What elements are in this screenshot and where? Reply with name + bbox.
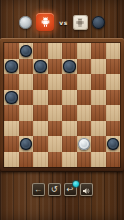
dark-piece[interactable] — [34, 60, 47, 73]
square-r7c1[interactable] — [19, 152, 34, 168]
square-r2c4[interactable] — [62, 74, 77, 90]
square-r2c2[interactable] — [33, 74, 48, 90]
square-r2c7[interactable] — [106, 74, 121, 90]
square-r2c1[interactable] — [19, 74, 34, 90]
dark-piece[interactable] — [63, 60, 76, 73]
square-r7c0[interactable] — [4, 152, 19, 168]
square-r5c1[interactable] — [19, 121, 34, 137]
square-r1c5[interactable] — [77, 59, 92, 75]
white-piece-indicator — [19, 16, 32, 29]
square-r5c4[interactable] — [62, 121, 77, 137]
square-r4c3[interactable] — [48, 105, 63, 121]
square-r4c5[interactable] — [77, 105, 92, 121]
vs-label: vs — [59, 19, 67, 26]
square-r1c6[interactable] — [91, 59, 106, 75]
square-r0c0[interactable] — [4, 43, 19, 59]
square-r3c6[interactable] — [91, 90, 106, 106]
square-r5c7[interactable] — [106, 121, 121, 137]
dark-piece[interactable] — [20, 45, 33, 58]
square-r2c3[interactable] — [48, 74, 63, 90]
dark-piece-indicator — [92, 16, 105, 29]
square-r2c0[interactable] — [4, 74, 19, 90]
square-r7c6[interactable] — [91, 152, 106, 168]
square-r5c3[interactable] — [48, 121, 63, 137]
square-r6c4[interactable] — [62, 136, 77, 152]
square-r0c5[interactable] — [77, 43, 92, 59]
android-robot-icon — [40, 13, 51, 32]
square-r3c2[interactable] — [33, 90, 48, 106]
square-r4c6[interactable] — [91, 105, 106, 121]
square-r0c1[interactable] — [19, 43, 34, 59]
square-r7c5[interactable] — [77, 152, 92, 168]
back-button[interactable]: ← — [32, 183, 45, 196]
square-r6c5[interactable] — [77, 136, 92, 152]
android-robot-icon — [75, 13, 85, 32]
square-r3c3[interactable] — [48, 90, 63, 106]
dark-piece[interactable] — [5, 91, 18, 104]
square-r6c0[interactable] — [4, 136, 19, 152]
square-r6c1[interactable] — [19, 136, 34, 152]
square-r7c7[interactable] — [106, 152, 121, 168]
redo-button[interactable]: ↩ — [64, 183, 77, 196]
dark-piece[interactable] — [107, 138, 120, 151]
square-r0c7[interactable] — [106, 43, 121, 59]
square-r3c0[interactable] — [4, 90, 19, 106]
players-bar: vs — [0, 9, 124, 35]
square-r4c4[interactable] — [62, 105, 77, 121]
square-r3c4[interactable] — [62, 90, 77, 106]
undo-button[interactable]: ↺ — [48, 183, 61, 196]
square-r6c6[interactable] — [91, 136, 106, 152]
square-r0c6[interactable] — [91, 43, 106, 59]
left-player-avatar-active[interactable] — [36, 13, 54, 31]
square-r4c2[interactable] — [33, 105, 48, 121]
square-r0c4[interactable] — [62, 43, 77, 59]
square-r6c3[interactable] — [48, 136, 63, 152]
speaker-icon — [81, 187, 92, 195]
square-r7c4[interactable] — [62, 152, 77, 168]
square-r6c7[interactable] — [106, 136, 121, 152]
square-r3c5[interactable] — [77, 90, 92, 106]
square-r1c0[interactable] — [4, 59, 19, 75]
square-r0c2[interactable] — [33, 43, 48, 59]
square-r3c1[interactable] — [19, 90, 34, 106]
bottom-toolbar: ← ↺ ↩ — [0, 183, 124, 196]
square-r1c7[interactable] — [106, 59, 121, 75]
sound-button[interactable] — [80, 183, 93, 196]
board-frame — [0, 38, 124, 172]
board-grid — [4, 43, 120, 167]
square-r1c3[interactable] — [48, 59, 63, 75]
dark-piece[interactable] — [20, 138, 33, 151]
white-piece[interactable] — [78, 138, 91, 151]
square-r1c4[interactable] — [62, 59, 77, 75]
square-r1c1[interactable] — [19, 59, 34, 75]
checkers-app-screen: vs ← — [0, 0, 124, 220]
square-r1c2[interactable] — [33, 59, 48, 75]
square-r2c6[interactable] — [91, 74, 106, 90]
square-r4c7[interactable] — [106, 105, 121, 121]
square-r4c1[interactable] — [19, 105, 34, 121]
square-r0c3[interactable] — [48, 43, 63, 59]
square-r5c6[interactable] — [91, 121, 106, 137]
square-r6c2[interactable] — [33, 136, 48, 152]
square-r3c7[interactable] — [106, 90, 121, 106]
back-arrow-icon: ← — [33, 184, 44, 195]
square-r2c5[interactable] — [77, 74, 92, 90]
square-r4c0[interactable] — [4, 105, 19, 121]
right-player-avatar[interactable] — [73, 15, 88, 30]
square-r7c3[interactable] — [48, 152, 63, 168]
notification-badge — [73, 181, 79, 187]
square-r7c2[interactable] — [33, 152, 48, 168]
undo-icon: ↺ — [49, 184, 60, 195]
square-r5c0[interactable] — [4, 121, 19, 137]
dark-piece[interactable] — [5, 60, 18, 73]
square-r5c5[interactable] — [77, 121, 92, 137]
square-r5c2[interactable] — [33, 121, 48, 137]
